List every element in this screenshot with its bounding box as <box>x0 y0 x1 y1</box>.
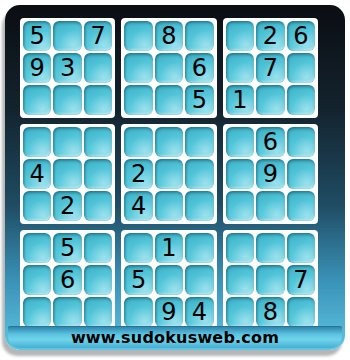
cell-r4c9[interactable] <box>287 127 315 157</box>
cell-r1c8[interactable]: 2 <box>256 21 284 51</box>
page: 5793865267142246956159478 www.sudokusweb… <box>0 0 350 360</box>
cell-r7c5[interactable]: 1 <box>155 233 183 263</box>
cell-r1c1[interactable]: 5 <box>23 21 51 51</box>
cell-r9c1[interactable] <box>23 297 51 327</box>
cell-r2c5[interactable] <box>155 53 183 83</box>
cell-r4c4[interactable] <box>124 127 152 157</box>
cell-r8c9[interactable]: 7 <box>287 265 315 295</box>
cell-r7c1[interactable] <box>23 233 51 263</box>
cell-r8c8[interactable] <box>256 265 284 295</box>
cell-r1c9[interactable]: 6 <box>287 21 315 51</box>
cell-r7c4[interactable] <box>124 233 152 263</box>
cell-r5c5[interactable] <box>155 159 183 189</box>
cell-r5c9[interactable] <box>287 159 315 189</box>
cell-r4c1[interactable] <box>23 127 51 157</box>
cell-r9c5[interactable]: 9 <box>155 297 183 327</box>
cell-r8c1[interactable] <box>23 265 51 295</box>
cell-r1c4[interactable] <box>124 21 152 51</box>
cell-r7c3[interactable] <box>84 233 112 263</box>
board-frame: 5793865267142246956159478 www.sudokusweb… <box>5 5 345 350</box>
cell-r6c6[interactable] <box>185 191 213 221</box>
cell-r8c5[interactable] <box>155 265 183 295</box>
box-r3c2: 1594 <box>121 230 216 330</box>
cell-r3c5[interactable] <box>155 85 183 115</box>
cell-r6c1[interactable] <box>23 191 51 221</box>
cell-r9c6[interactable]: 4 <box>185 297 213 327</box>
cell-r1c2[interactable] <box>53 21 81 51</box>
cell-r3c7[interactable]: 1 <box>226 85 254 115</box>
cell-r2c6[interactable]: 6 <box>185 53 213 83</box>
cell-r4c5[interactable] <box>155 127 183 157</box>
cell-r3c9[interactable] <box>287 85 315 115</box>
cell-r7c6[interactable] <box>185 233 213 263</box>
box-r3c3: 78 <box>223 230 318 330</box>
cell-r4c8[interactable]: 6 <box>256 127 284 157</box>
cell-r5c8[interactable]: 9 <box>256 159 284 189</box>
cell-r7c2[interactable]: 5 <box>53 233 81 263</box>
cell-r9c4[interactable] <box>124 297 152 327</box>
cell-r2c1[interactable]: 9 <box>23 53 51 83</box>
cell-r8c7[interactable] <box>226 265 254 295</box>
cell-r8c2[interactable]: 6 <box>53 265 81 295</box>
cell-r4c7[interactable] <box>226 127 254 157</box>
footer-band: www.sudokusweb.com <box>8 326 342 348</box>
cell-r8c4[interactable]: 5 <box>124 265 152 295</box>
cell-r2c3[interactable] <box>84 53 112 83</box>
cell-r8c6[interactable] <box>185 265 213 295</box>
cell-r9c3[interactable] <box>84 297 112 327</box>
cell-r1c7[interactable] <box>226 21 254 51</box>
cell-r7c9[interactable] <box>287 233 315 263</box>
cell-r8c3[interactable] <box>84 265 112 295</box>
sudoku-board: 5793865267142246956159478 <box>20 18 318 330</box>
cell-r6c9[interactable] <box>287 191 315 221</box>
cell-r3c3[interactable] <box>84 85 112 115</box>
cell-r6c7[interactable] <box>226 191 254 221</box>
cell-r3c4[interactable] <box>124 85 152 115</box>
cell-r9c8[interactable]: 8 <box>256 297 284 327</box>
cell-r9c9[interactable] <box>287 297 315 327</box>
cell-r6c8[interactable] <box>256 191 284 221</box>
footer-site-link[interactable]: www.sudokusweb.com <box>71 328 279 347</box>
cell-r5c1[interactable]: 4 <box>23 159 51 189</box>
cell-r2c9[interactable] <box>287 53 315 83</box>
cell-r9c7[interactable] <box>226 297 254 327</box>
cell-r3c1[interactable] <box>23 85 51 115</box>
cell-r5c4[interactable]: 2 <box>124 159 152 189</box>
cell-r2c2[interactable]: 3 <box>53 53 81 83</box>
cell-r7c8[interactable] <box>256 233 284 263</box>
cell-r2c8[interactable]: 7 <box>256 53 284 83</box>
box-r2c2: 24 <box>121 124 216 224</box>
cell-r2c7[interactable] <box>226 53 254 83</box>
cell-r1c3[interactable]: 7 <box>84 21 112 51</box>
box-r1c1: 5793 <box>20 18 115 118</box>
cell-r6c5[interactable] <box>155 191 183 221</box>
cell-r5c2[interactable] <box>53 159 81 189</box>
cell-r6c4[interactable]: 4 <box>124 191 152 221</box>
cell-r3c6[interactable]: 5 <box>185 85 213 115</box>
cell-r3c8[interactable] <box>256 85 284 115</box>
cell-r1c5[interactable]: 8 <box>155 21 183 51</box>
cell-r4c6[interactable] <box>185 127 213 157</box>
cell-r4c3[interactable] <box>84 127 112 157</box>
cell-r4c2[interactable] <box>53 127 81 157</box>
cell-r5c7[interactable] <box>226 159 254 189</box>
cell-r5c3[interactable] <box>84 159 112 189</box>
box-r3c1: 56 <box>20 230 115 330</box>
box-r2c3: 69 <box>223 124 318 224</box>
cell-r3c2[interactable] <box>53 85 81 115</box>
cell-r2c4[interactable] <box>124 53 152 83</box>
cell-r7c7[interactable] <box>226 233 254 263</box>
cell-r6c3[interactable] <box>84 191 112 221</box>
cell-r1c6[interactable] <box>185 21 213 51</box>
cell-r5c6[interactable] <box>185 159 213 189</box>
cell-r9c2[interactable] <box>53 297 81 327</box>
box-r2c1: 42 <box>20 124 115 224</box>
box-r1c3: 2671 <box>223 18 318 118</box>
box-r1c2: 865 <box>121 18 216 118</box>
cell-r6c2[interactable]: 2 <box>53 191 81 221</box>
